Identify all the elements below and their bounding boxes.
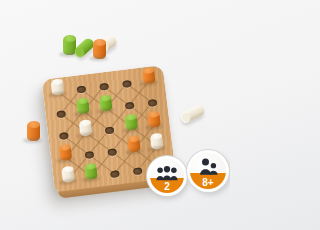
peg-top xyxy=(84,162,96,169)
age-badge-face: 8+ xyxy=(190,153,226,189)
peg-green-b2[interactable] xyxy=(76,98,90,114)
product-photo-scene: 2 8+ xyxy=(0,0,230,230)
peg-white-a1[interactable] xyxy=(51,79,65,95)
peg-top xyxy=(99,94,111,101)
loose-peg-orange[interactable] xyxy=(93,40,106,59)
peg-orange-d4[interactable] xyxy=(127,136,141,152)
board-hole-d5[interactable] xyxy=(132,167,142,175)
players-badge-face: 2 xyxy=(150,159,184,193)
three-people-icon xyxy=(154,165,180,181)
board-hole-c5[interactable] xyxy=(109,170,119,178)
loose-peg-white[interactable] xyxy=(180,103,206,124)
peg-green-d3[interactable] xyxy=(124,115,138,131)
adult-and-child-icon xyxy=(196,158,221,175)
peg-top xyxy=(28,121,40,128)
peg-top xyxy=(62,165,74,172)
peg-green-b5[interactable] xyxy=(84,164,98,180)
peg-top xyxy=(142,67,154,74)
peg-white-b3[interactable] xyxy=(79,120,93,136)
board-hole-d2[interactable] xyxy=(124,101,134,109)
age-badge: 8+ xyxy=(187,150,229,192)
board-hole-b4[interactable] xyxy=(84,151,94,159)
peg-white-a5[interactable] xyxy=(61,167,75,183)
players-count: 2 xyxy=(150,181,184,192)
peg-orange-e3[interactable] xyxy=(147,112,161,128)
board-hole-c1[interactable] xyxy=(99,82,109,90)
age-rating: 8+ xyxy=(190,177,226,188)
peg-top xyxy=(148,110,160,117)
board-hole-d1[interactable] xyxy=(122,80,132,88)
peg-orange-e1[interactable] xyxy=(142,68,156,84)
board-hole-e2[interactable] xyxy=(147,99,157,107)
peg-top xyxy=(79,119,91,126)
peg-orange-a4[interactable] xyxy=(59,145,73,161)
board-hole-c3[interactable] xyxy=(104,126,114,134)
board-hole-b1[interactable] xyxy=(76,85,86,93)
peg-white-e4[interactable] xyxy=(150,134,164,150)
board-hole-a3[interactable] xyxy=(58,132,68,140)
board-hole-c4[interactable] xyxy=(107,148,117,156)
board-hole-a2[interactable] xyxy=(56,110,66,118)
loose-peg-orange[interactable] xyxy=(27,122,40,141)
peg-green-c2[interactable] xyxy=(99,96,113,112)
peg-top xyxy=(64,35,76,42)
peg-top xyxy=(125,113,137,120)
peg-top xyxy=(94,39,106,46)
players-badge: 2 xyxy=(147,156,187,196)
